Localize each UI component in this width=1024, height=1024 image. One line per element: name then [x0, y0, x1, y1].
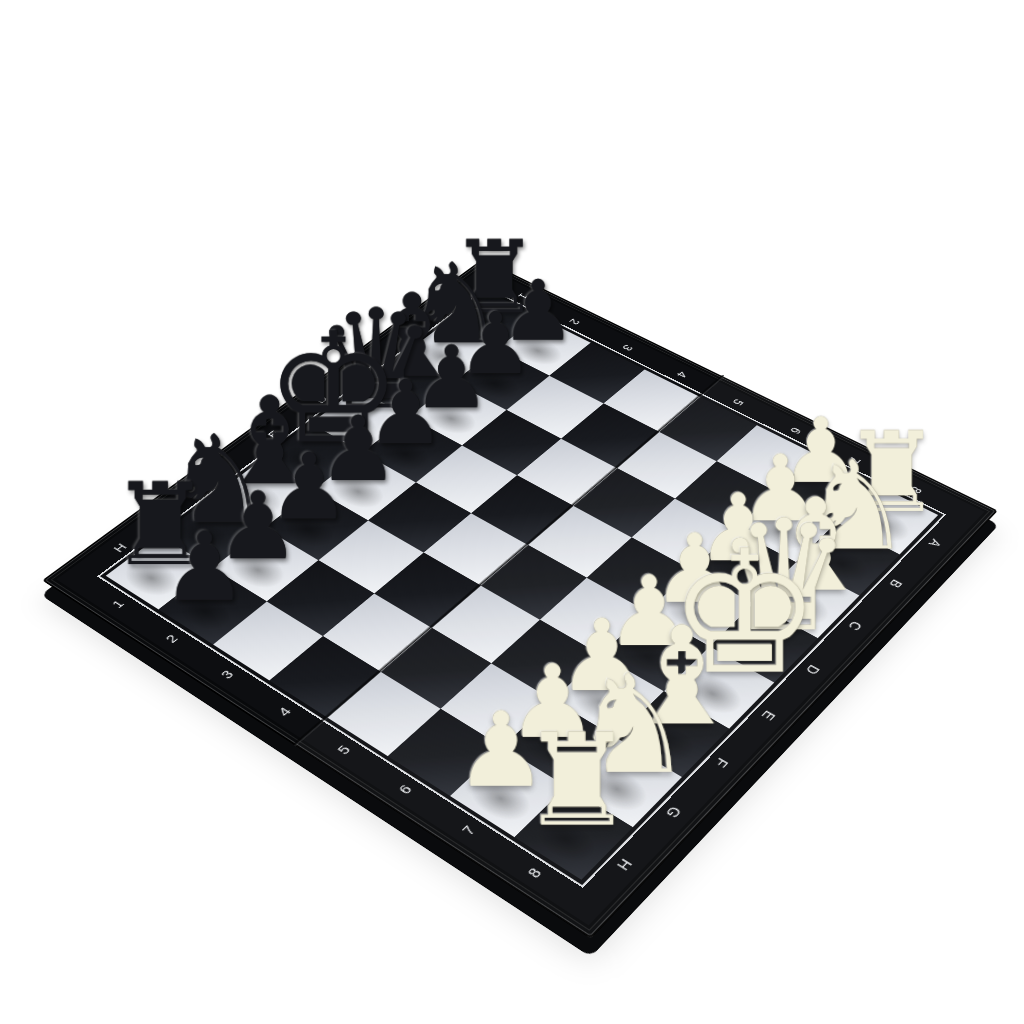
white-rook-h8: ♜ — [520, 716, 605, 844]
product-photo-scene: 12345678 12345678 ABCDEFGH ABCDEFGH ♜♟♟♜… — [0, 0, 1024, 1024]
chess-board: 12345678 12345678 ABCDEFGH ABCDEFGH ♜♟♟♜… — [42, 259, 998, 939]
black-pawn-h2: ♟ — [162, 520, 238, 615]
